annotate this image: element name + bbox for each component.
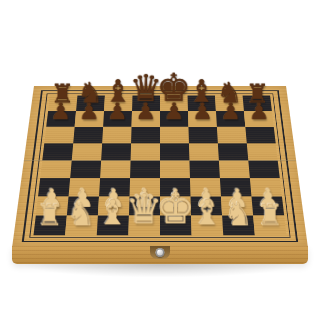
- square-g1[interactable]: ♞: [222, 216, 255, 236]
- clasp-ring-icon: [156, 248, 165, 257]
- square-f7[interactable]: ♟: [188, 111, 217, 127]
- square-c5[interactable]: [101, 143, 131, 160]
- piece-black-pawn[interactable]: ♟: [164, 100, 185, 123]
- wooden-board-frame: ♜♞♝♛♚♝♞♜♟♟♟♟♟♟♟♟♟♟♟♟♟♟♟♟♜♞♝♛♚♝♞♜: [12, 86, 308, 248]
- piece-black-pawn[interactable]: ♟: [249, 100, 270, 123]
- square-f6[interactable]: [188, 127, 217, 144]
- square-b1[interactable]: ♞: [65, 216, 98, 236]
- square-g4[interactable]: [219, 160, 250, 178]
- photo-stage: ♜♞♝♛♚♝♞♜♟♟♟♟♟♟♟♟♟♟♟♟♟♟♟♟♜♞♝♛♚♝♞♜: [0, 0, 320, 320]
- piece-white-bishop[interactable]: ♝: [97, 196, 128, 230]
- piece-black-pawn[interactable]: ♟: [107, 100, 128, 123]
- square-h7[interactable]: ♟: [244, 111, 274, 127]
- square-d4[interactable]: [130, 160, 160, 178]
- piece-black-pawn[interactable]: ♟: [136, 100, 157, 123]
- square-d6[interactable]: [131, 127, 160, 144]
- board-front-edge: [12, 246, 308, 264]
- square-b6[interactable]: [73, 127, 103, 144]
- piece-black-pawn[interactable]: ♟: [192, 100, 213, 123]
- piece-white-rook[interactable]: ♜: [37, 201, 63, 231]
- square-f5[interactable]: [189, 143, 219, 160]
- square-h1[interactable]: ♜: [253, 216, 286, 236]
- square-f1[interactable]: ♝: [191, 216, 223, 236]
- piece-white-rook[interactable]: ♜: [257, 201, 283, 231]
- clasp-notch: [150, 246, 170, 259]
- square-h5[interactable]: [247, 143, 278, 160]
- square-b7[interactable]: ♟: [75, 111, 104, 127]
- square-c1[interactable]: ♝: [97, 216, 129, 236]
- square-c7[interactable]: ♟: [103, 111, 132, 127]
- piece-white-knight[interactable]: ♞: [224, 198, 253, 230]
- square-f4[interactable]: [189, 160, 219, 178]
- piece-white-bishop[interactable]: ♝: [192, 196, 223, 230]
- square-d1[interactable]: ♛: [128, 216, 160, 236]
- square-g5[interactable]: [218, 143, 248, 160]
- square-g6[interactable]: [217, 127, 247, 144]
- square-e5[interactable]: [160, 143, 189, 160]
- square-g7[interactable]: ♟: [216, 111, 245, 127]
- square-c4[interactable]: [100, 160, 130, 178]
- piece-white-king[interactable]: ♚: [156, 187, 195, 230]
- square-a6[interactable]: [44, 127, 74, 144]
- chess-board: ♜♞♝♛♚♝♞♜♟♟♟♟♟♟♟♟♟♟♟♟♟♟♟♟♜♞♝♛♚♝♞♜: [12, 86, 308, 248]
- square-d7[interactable]: ♟: [132, 111, 160, 127]
- square-e4[interactable]: [160, 160, 190, 178]
- piece-black-pawn[interactable]: ♟: [79, 100, 100, 123]
- square-a5[interactable]: [42, 143, 73, 160]
- square-c6[interactable]: [102, 127, 131, 144]
- piece-black-pawn[interactable]: ♟: [220, 100, 241, 123]
- piece-white-knight[interactable]: ♞: [67, 198, 96, 230]
- square-a7[interactable]: ♟: [46, 111, 76, 127]
- piece-black-pawn[interactable]: ♟: [51, 100, 72, 123]
- square-b5[interactable]: [72, 143, 102, 160]
- board-grid: ♜♞♝♛♚♝♞♜♟♟♟♟♟♟♟♟♟♟♟♟♟♟♟♟♜♞♝♛♚♝♞♜: [33, 95, 286, 235]
- square-a4[interactable]: [40, 160, 72, 178]
- square-e7[interactable]: ♟: [160, 111, 188, 127]
- square-d5[interactable]: [131, 143, 160, 160]
- square-e1[interactable]: ♚: [160, 216, 192, 236]
- square-e6[interactable]: [160, 127, 189, 144]
- square-h4[interactable]: [248, 160, 280, 178]
- playing-area: ♜♞♝♛♚♝♞♜♟♟♟♟♟♟♟♟♟♟♟♟♟♟♟♟♜♞♝♛♚♝♞♜: [33, 95, 286, 235]
- square-h6[interactable]: [245, 127, 275, 144]
- square-b4[interactable]: [70, 160, 101, 178]
- square-a1[interactable]: ♜: [33, 216, 66, 236]
